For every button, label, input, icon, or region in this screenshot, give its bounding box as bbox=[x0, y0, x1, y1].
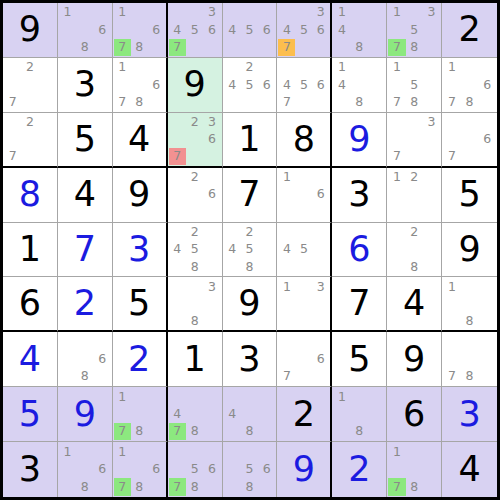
candidate-8: 8 bbox=[76, 478, 93, 496]
candidate-2 bbox=[131, 59, 148, 76]
candidate-7 bbox=[224, 423, 241, 440]
candidate-3 bbox=[258, 443, 275, 461]
cell-r6c3[interactable]: 5 bbox=[113, 277, 168, 332]
candidate-grid: 45 bbox=[278, 224, 329, 276]
cell-value: 5 bbox=[332, 332, 386, 386]
cell-r4c9[interactable]: 5 bbox=[442, 168, 497, 223]
cell-value: 4 bbox=[113, 113, 166, 166]
cell-r2c7[interactable]: 148 bbox=[332, 58, 387, 113]
candidate-9 bbox=[368, 93, 385, 110]
candidate-3 bbox=[93, 443, 110, 461]
candidate-3 bbox=[258, 59, 275, 76]
cell-r7c4[interactable]: 1 bbox=[168, 332, 223, 387]
candidate-5: 5 bbox=[406, 76, 423, 93]
candidate-3 bbox=[39, 114, 56, 131]
candidate-9 bbox=[93, 39, 110, 56]
candidate-5 bbox=[21, 131, 38, 148]
candidate-5 bbox=[351, 76, 368, 93]
cell-r8c7[interactable]: 18 bbox=[332, 387, 387, 442]
candidate-2 bbox=[295, 169, 312, 186]
cell-r9c4[interactable]: 5678 bbox=[168, 442, 223, 497]
candidate-7 bbox=[224, 39, 241, 56]
candidate-7 bbox=[224, 258, 241, 275]
cell-r6c9[interactable]: 18 bbox=[442, 277, 497, 332]
candidate-7: 7 bbox=[169, 39, 186, 56]
cell-value: 2 bbox=[442, 3, 497, 57]
cell-r2c8[interactable]: 1578 bbox=[387, 58, 442, 113]
cell-r9c9[interactable]: 4 bbox=[442, 442, 497, 497]
candidate-9 bbox=[312, 368, 329, 385]
candidate-9 bbox=[39, 148, 56, 165]
candidate-grid: 1678 bbox=[114, 443, 165, 496]
cell-r4c6[interactable]: 16 bbox=[277, 168, 332, 223]
cell-r3c7[interactable]: 9 bbox=[332, 113, 387, 168]
cell-value: 2 bbox=[332, 442, 386, 497]
candidate-5 bbox=[351, 406, 368, 423]
candidate-4 bbox=[169, 131, 186, 148]
candidate-2 bbox=[76, 443, 93, 461]
cell-r6c5[interactable]: 9 bbox=[223, 277, 278, 332]
cell-r3c5[interactable]: 1 bbox=[223, 113, 278, 168]
candidate-7 bbox=[333, 93, 350, 110]
candidate-3 bbox=[148, 443, 165, 461]
cell-r1c5[interactable]: 456 bbox=[223, 3, 278, 58]
candidate-4: 4 bbox=[169, 406, 186, 423]
candidate-9 bbox=[148, 39, 165, 56]
cell-r7c6[interactable]: 67 bbox=[277, 332, 332, 387]
candidate-4 bbox=[4, 76, 21, 93]
cell-value: 1 bbox=[3, 223, 57, 277]
candidate-6 bbox=[39, 76, 56, 93]
candidate-grid: 168 bbox=[59, 443, 111, 496]
candidate-8 bbox=[406, 148, 423, 165]
candidate-4 bbox=[169, 461, 186, 479]
cell-value: 2 bbox=[277, 387, 330, 441]
candidate-3 bbox=[258, 4, 275, 21]
candidate-grid: 26 bbox=[169, 169, 221, 221]
cell-r6c4[interactable]: 38 bbox=[168, 277, 223, 332]
cell-r4c8[interactable]: 12 bbox=[387, 168, 442, 223]
candidate-8: 8 bbox=[406, 93, 423, 110]
candidate-4 bbox=[388, 186, 405, 203]
candidate-6: 6 bbox=[203, 186, 220, 203]
candidate-3: 3 bbox=[423, 114, 440, 131]
cell-r5c8[interactable]: 28 bbox=[387, 223, 442, 278]
cell-r8c3[interactable]: 178 bbox=[113, 387, 168, 442]
candidate-1 bbox=[169, 388, 186, 405]
cell-r2c9[interactable]: 1678 bbox=[442, 58, 497, 113]
candidate-6 bbox=[203, 295, 220, 312]
candidate-6: 6 bbox=[478, 76, 496, 93]
cell-r6c2[interactable]: 2 bbox=[58, 277, 113, 332]
cell-value: 9 bbox=[58, 387, 112, 441]
cell-r4c3[interactable]: 9 bbox=[113, 168, 168, 223]
candidate-6 bbox=[423, 21, 440, 38]
cell-value: 5 bbox=[113, 277, 166, 330]
cell-r8c6[interactable]: 2 bbox=[277, 387, 332, 442]
candidate-3 bbox=[148, 4, 165, 21]
cell-r6c6[interactable]: 13 bbox=[277, 277, 332, 332]
cell-r1c8[interactable]: 13578 bbox=[387, 3, 442, 58]
candidate-7: 7 bbox=[278, 93, 295, 110]
cell-r5c3[interactable]: 3 bbox=[113, 223, 168, 278]
candidate-4 bbox=[278, 186, 295, 203]
candidate-grid: 12 bbox=[388, 169, 440, 221]
candidate-4 bbox=[388, 76, 405, 93]
cell-r6c1[interactable]: 6 bbox=[3, 277, 58, 332]
candidate-8: 8 bbox=[76, 39, 93, 56]
candidate-5 bbox=[186, 406, 203, 423]
cell-r1c3[interactable]: 1678 bbox=[113, 3, 168, 58]
candidate-6: 6 bbox=[93, 351, 110, 368]
cell-r1c9[interactable]: 2 bbox=[442, 3, 497, 58]
candidate-5 bbox=[131, 461, 148, 479]
candidate-3: 3 bbox=[203, 278, 220, 295]
candidate-6: 6 bbox=[203, 131, 220, 148]
candidate-1 bbox=[224, 388, 241, 405]
candidate-grid: 1678 bbox=[443, 59, 496, 111]
candidate-3 bbox=[423, 224, 440, 241]
cell-r9c7[interactable]: 2 bbox=[332, 442, 387, 497]
cell-value: 3 bbox=[442, 387, 497, 441]
candidate-9 bbox=[148, 93, 165, 110]
cell-r7c5[interactable]: 3 bbox=[223, 332, 278, 387]
candidate-6: 6 bbox=[93, 21, 110, 38]
candidate-2 bbox=[295, 278, 312, 295]
candidate-7: 7 bbox=[169, 423, 186, 440]
candidate-3: 3 bbox=[312, 4, 329, 21]
cell-r8c2[interactable]: 9 bbox=[58, 387, 113, 442]
cell-r3c2[interactable]: 5 bbox=[58, 113, 113, 168]
candidate-9 bbox=[93, 478, 110, 496]
candidate-8: 8 bbox=[406, 39, 423, 56]
cell-r8c5[interactable]: 48 bbox=[223, 387, 278, 442]
candidate-9 bbox=[93, 368, 110, 385]
cell-r5c7[interactable]: 6 bbox=[332, 223, 387, 278]
candidate-7 bbox=[169, 203, 186, 220]
cell-value: 8 bbox=[277, 113, 330, 166]
cell-r2c5[interactable]: 2456 bbox=[223, 58, 278, 113]
candidate-2 bbox=[76, 4, 93, 21]
candidate-grid: 478 bbox=[169, 388, 221, 440]
candidate-5: 5 bbox=[241, 461, 258, 479]
cell-r5c5[interactable]: 2458 bbox=[223, 223, 278, 278]
candidate-2 bbox=[131, 388, 148, 405]
cell-r4c4[interactable]: 26 bbox=[168, 168, 223, 223]
candidate-1 bbox=[224, 4, 241, 21]
candidate-2: 2 bbox=[186, 224, 203, 241]
cell-r4c2[interactable]: 4 bbox=[58, 168, 113, 223]
candidate-7 bbox=[333, 39, 350, 56]
candidate-8 bbox=[406, 203, 423, 220]
candidate-6 bbox=[148, 406, 165, 423]
cell-value: 4 bbox=[3, 332, 57, 386]
candidate-2: 2 bbox=[186, 114, 203, 131]
cell-r5c9[interactable]: 9 bbox=[442, 223, 497, 278]
candidate-grid: 38 bbox=[169, 278, 221, 329]
candidate-5 bbox=[21, 76, 38, 93]
cell-r7c1[interactable]: 4 bbox=[3, 332, 58, 387]
candidate-8: 8 bbox=[351, 93, 368, 110]
candidate-7 bbox=[333, 423, 350, 440]
candidate-4 bbox=[443, 76, 461, 93]
candidate-6 bbox=[312, 241, 329, 258]
candidate-6: 6 bbox=[203, 461, 220, 479]
candidate-2: 2 bbox=[186, 169, 203, 186]
cell-r3c9[interactable]: 67 bbox=[442, 113, 497, 168]
cell-r8c9[interactable]: 3 bbox=[442, 387, 497, 442]
candidate-1 bbox=[278, 333, 295, 350]
candidate-9 bbox=[203, 203, 220, 220]
candidate-3 bbox=[423, 169, 440, 186]
candidate-grid: 1678 bbox=[114, 4, 165, 56]
candidate-4 bbox=[388, 21, 405, 38]
candidate-5 bbox=[76, 21, 93, 38]
candidate-9 bbox=[423, 148, 440, 165]
candidate-4 bbox=[59, 461, 76, 479]
candidate-9 bbox=[203, 258, 220, 275]
cell-r9c5[interactable]: 568 bbox=[223, 442, 278, 497]
candidate-1 bbox=[169, 224, 186, 241]
cell-value: 3 bbox=[113, 223, 166, 277]
cell-r5c1[interactable]: 1 bbox=[3, 223, 58, 278]
candidate-7: 7 bbox=[4, 148, 21, 165]
cell-r2c6[interactable]: 4567 bbox=[277, 58, 332, 113]
candidate-9 bbox=[203, 478, 220, 496]
candidate-3 bbox=[203, 224, 220, 241]
candidate-7 bbox=[224, 478, 241, 496]
candidate-5 bbox=[461, 295, 479, 312]
candidate-grid: 34567 bbox=[169, 4, 221, 56]
candidate-4: 4 bbox=[169, 241, 186, 258]
candidate-8: 8 bbox=[461, 93, 479, 110]
candidate-3 bbox=[203, 443, 220, 461]
cell-r9c3[interactable]: 1678 bbox=[113, 442, 168, 497]
cell-r7c3[interactable]: 2 bbox=[113, 332, 168, 387]
cell-r3c3[interactable]: 4 bbox=[113, 113, 168, 168]
candidate-4 bbox=[59, 21, 76, 38]
candidate-4 bbox=[388, 131, 405, 148]
cell-r8c8[interactable]: 6 bbox=[387, 387, 442, 442]
candidate-1 bbox=[224, 443, 241, 461]
candidate-6: 6 bbox=[258, 76, 275, 93]
candidate-8: 8 bbox=[186, 423, 203, 440]
candidate-4 bbox=[4, 131, 21, 148]
candidate-8: 8 bbox=[186, 478, 203, 496]
candidate-6 bbox=[423, 76, 440, 93]
cell-r7c7[interactable]: 5 bbox=[332, 332, 387, 387]
candidate-7 bbox=[59, 39, 76, 56]
candidate-9 bbox=[148, 423, 165, 440]
cell-r7c9[interactable]: 78 bbox=[442, 332, 497, 387]
candidate-4 bbox=[278, 295, 295, 312]
candidate-2 bbox=[406, 59, 423, 76]
candidate-8 bbox=[295, 368, 312, 385]
candidate-2 bbox=[406, 114, 423, 131]
candidate-2 bbox=[406, 4, 423, 21]
candidate-8: 8 bbox=[351, 423, 368, 440]
cell-value: 6 bbox=[387, 387, 441, 441]
candidate-grid: 13 bbox=[278, 278, 329, 329]
candidate-7: 7 bbox=[114, 423, 131, 440]
cell-value: 6 bbox=[3, 277, 57, 330]
candidate-8 bbox=[295, 203, 312, 220]
candidate-8: 8 bbox=[241, 258, 258, 275]
cell-r4c1[interactable]: 8 bbox=[3, 168, 58, 223]
candidate-grid: 2458 bbox=[169, 224, 221, 276]
cell-r3c4[interactable]: 2367 bbox=[168, 113, 223, 168]
candidate-1 bbox=[443, 333, 461, 350]
candidate-7: 7 bbox=[388, 478, 405, 496]
candidate-2: 2 bbox=[21, 59, 38, 76]
candidate-2: 2 bbox=[406, 224, 423, 241]
candidate-6: 6 bbox=[148, 461, 165, 479]
candidate-5 bbox=[186, 186, 203, 203]
cell-value: 3 bbox=[223, 332, 277, 386]
cell-value: 4 bbox=[442, 442, 497, 497]
candidate-2 bbox=[295, 59, 312, 76]
cell-r1c7[interactable]: 148 bbox=[332, 3, 387, 58]
candidate-2 bbox=[295, 333, 312, 350]
cell-r2c2[interactable]: 3 bbox=[58, 58, 113, 113]
candidate-1 bbox=[388, 114, 405, 131]
candidate-5: 5 bbox=[295, 76, 312, 93]
candidate-9 bbox=[423, 478, 440, 496]
candidate-5 bbox=[461, 351, 479, 368]
cell-r8c1[interactable]: 5 bbox=[3, 387, 58, 442]
cell-r6c7[interactable]: 7 bbox=[332, 277, 387, 332]
cell-r1c1[interactable]: 9 bbox=[3, 3, 58, 58]
candidate-5 bbox=[406, 131, 423, 148]
candidate-8: 8 bbox=[131, 478, 148, 496]
cell-r4c5[interactable]: 7 bbox=[223, 168, 278, 223]
candidate-9 bbox=[312, 93, 329, 110]
candidate-8 bbox=[461, 148, 479, 165]
candidate-4: 4 bbox=[333, 76, 350, 93]
cell-value: 7 bbox=[58, 223, 112, 277]
cell-value: 5 bbox=[3, 387, 57, 441]
candidate-1: 1 bbox=[443, 278, 461, 295]
candidate-grid: 78 bbox=[443, 333, 496, 385]
candidate-4 bbox=[114, 461, 131, 479]
candidate-3 bbox=[368, 388, 385, 405]
candidate-7 bbox=[224, 93, 241, 110]
candidate-3 bbox=[312, 333, 329, 350]
cell-r7c8[interactable]: 9 bbox=[387, 332, 442, 387]
candidate-4: 4 bbox=[224, 406, 241, 423]
candidate-2 bbox=[241, 443, 258, 461]
candidate-9 bbox=[368, 423, 385, 440]
candidate-grid: 1578 bbox=[388, 59, 440, 111]
candidate-2 bbox=[241, 388, 258, 405]
candidate-1: 1 bbox=[114, 443, 131, 461]
candidate-1 bbox=[169, 278, 186, 295]
cell-r2c4[interactable]: 9 bbox=[168, 58, 223, 113]
sudoku-board: 9168167834567456345671481357822731678924… bbox=[0, 0, 500, 500]
cell-r3c8[interactable]: 37 bbox=[387, 113, 442, 168]
candidate-grid: 28 bbox=[388, 224, 440, 276]
candidate-2 bbox=[295, 224, 312, 241]
cell-r5c6[interactable]: 45 bbox=[277, 223, 332, 278]
candidate-4 bbox=[443, 131, 461, 148]
cell-r2c3[interactable]: 1678 bbox=[113, 58, 168, 113]
candidate-2 bbox=[351, 4, 368, 21]
candidate-9 bbox=[423, 39, 440, 56]
candidate-7: 7 bbox=[278, 368, 295, 385]
candidate-grid: 148 bbox=[333, 4, 385, 56]
cell-r5c4[interactable]: 2458 bbox=[168, 223, 223, 278]
cell-r9c6[interactable]: 9 bbox=[277, 442, 332, 497]
cell-r1c6[interactable]: 34567 bbox=[277, 3, 332, 58]
candidate-2 bbox=[295, 4, 312, 21]
candidate-1: 1 bbox=[333, 59, 350, 76]
cell-r3c1[interactable]: 27 bbox=[3, 113, 58, 168]
cell-r8c4[interactable]: 478 bbox=[168, 387, 223, 442]
candidate-8 bbox=[186, 203, 203, 220]
cell-r7c2[interactable]: 68 bbox=[58, 332, 113, 387]
cell-value: 2 bbox=[58, 277, 112, 330]
cell-r1c4[interactable]: 34567 bbox=[168, 3, 223, 58]
candidate-3 bbox=[258, 224, 275, 241]
cell-value: 5 bbox=[58, 113, 112, 166]
candidate-7: 7 bbox=[388, 93, 405, 110]
cell-value: 3 bbox=[3, 442, 57, 497]
candidate-6: 6 bbox=[258, 21, 275, 38]
candidate-9 bbox=[312, 258, 329, 275]
candidate-grid: 37 bbox=[388, 114, 440, 165]
cell-r4c7[interactable]: 3 bbox=[332, 168, 387, 223]
cell-r1c2[interactable]: 168 bbox=[58, 3, 113, 58]
candidate-2: 2 bbox=[241, 59, 258, 76]
candidate-grid: 27 bbox=[4, 114, 56, 165]
candidate-6 bbox=[423, 461, 440, 479]
cell-r3c6[interactable]: 8 bbox=[277, 113, 332, 168]
candidate-8: 8 bbox=[131, 39, 148, 56]
candidate-4 bbox=[224, 461, 241, 479]
candidate-7: 7 bbox=[169, 148, 186, 165]
candidate-7 bbox=[278, 312, 295, 329]
cell-r2c1[interactable]: 27 bbox=[3, 58, 58, 113]
candidate-4: 4 bbox=[278, 21, 295, 38]
candidate-6 bbox=[39, 131, 56, 148]
candidate-8 bbox=[186, 39, 203, 56]
cell-r9c2[interactable]: 168 bbox=[58, 442, 113, 497]
candidate-3 bbox=[478, 333, 496, 350]
candidate-5 bbox=[295, 351, 312, 368]
candidate-2 bbox=[76, 333, 93, 350]
candidate-9 bbox=[258, 423, 275, 440]
candidate-grid: 16 bbox=[278, 169, 329, 221]
cell-r5c2[interactable]: 7 bbox=[58, 223, 113, 278]
cell-r6c8[interactable]: 4 bbox=[387, 277, 442, 332]
candidate-grid: 68 bbox=[59, 333, 111, 385]
candidate-1: 1 bbox=[388, 4, 405, 21]
cell-r9c8[interactable]: 178 bbox=[387, 442, 442, 497]
candidate-6: 6 bbox=[203, 21, 220, 38]
candidate-4 bbox=[333, 406, 350, 423]
candidate-2 bbox=[461, 278, 479, 295]
cell-value: 8 bbox=[3, 168, 57, 222]
candidate-1 bbox=[4, 59, 21, 76]
cell-value: 2 bbox=[113, 332, 166, 386]
candidate-5: 5 bbox=[186, 241, 203, 258]
candidate-7: 7 bbox=[443, 93, 461, 110]
cell-r9c1[interactable]: 3 bbox=[3, 442, 58, 497]
candidate-5: 5 bbox=[241, 241, 258, 258]
candidate-7: 7 bbox=[4, 93, 21, 110]
candidate-9 bbox=[148, 478, 165, 496]
candidate-grid: 178 bbox=[114, 388, 165, 440]
